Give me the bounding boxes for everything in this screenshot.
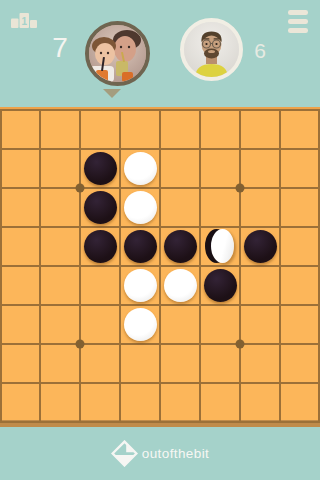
piece-white: [160, 266, 200, 305]
othello-app-screen: 1 7: [0, 0, 320, 480]
woman-and-child-photo: [89, 25, 146, 82]
piece-black: [80, 227, 120, 266]
piece-black: [160, 227, 200, 266]
player-right-avatar[interactable]: [180, 18, 243, 81]
player-left-avatar[interactable]: [85, 21, 150, 86]
piece-white: [120, 305, 160, 344]
score-white-player: 6: [247, 39, 273, 63]
score-black-player: 7: [44, 33, 76, 63]
brand-name: outofthebit: [142, 446, 209, 461]
piece-flipping-to-white: [200, 227, 240, 266]
piece-black: [120, 227, 160, 266]
outofthebit-logo-icon: [111, 440, 138, 467]
pieces-layer: [0, 107, 320, 427]
piece-black: [200, 266, 240, 305]
footer-bar: outofthebit: [0, 427, 320, 480]
man-with-glasses-photo: [184, 22, 239, 77]
hamburger-menu-icon[interactable]: [288, 10, 308, 33]
turn-indicator-triangle: [103, 89, 121, 98]
header-bar: 1 7: [0, 0, 320, 107]
piece-white: [120, 266, 160, 305]
flipping-piece-white-face: [211, 229, 234, 263]
piece-black: [240, 227, 280, 266]
piece-white: [120, 149, 160, 188]
piece-white: [120, 188, 160, 227]
othello-board[interactable]: [0, 107, 320, 427]
rank-number: 1: [22, 16, 28, 27]
piece-black: [80, 149, 120, 188]
leaderboard-podium-icon[interactable]: 1: [11, 13, 37, 28]
piece-black: [80, 188, 120, 227]
